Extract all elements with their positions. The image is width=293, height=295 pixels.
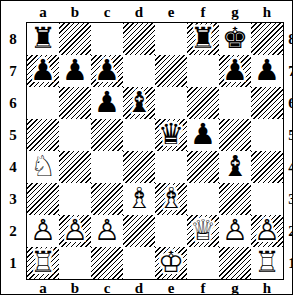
white-pawn-halo: ♟ — [59, 215, 91, 247]
square-h3[interactable] — [251, 183, 283, 215]
file-label-top-e: e — [155, 2, 187, 22]
chess-diagram: ♜♜♜♜♚♚♟♟♟♟♟♟♟♟♟♟♟♟♝♝♛♛♟♟♞♘♝♝♝♗♝♗♟♙♟♙♟♙♛♕… — [0, 0, 293, 295]
square-g7[interactable]: ♟♟ — [219, 55, 251, 87]
square-c7[interactable]: ♟♟ — [91, 55, 123, 87]
square-e8[interactable] — [155, 23, 187, 55]
square-g1[interactable] — [219, 247, 251, 279]
square-a7[interactable]: ♟♟ — [27, 55, 59, 87]
square-g2[interactable]: ♟♙ — [219, 215, 251, 247]
square-c1[interactable] — [91, 247, 123, 279]
square-c8[interactable] — [91, 23, 123, 55]
square-g5[interactable] — [219, 119, 251, 151]
black-pawn-b7: ♟ — [59, 55, 91, 87]
square-e1[interactable]: ♚♔ — [155, 247, 187, 279]
square-c4[interactable] — [91, 151, 123, 183]
square-f4[interactable] — [187, 151, 219, 183]
file-label-bottom-d: d — [123, 278, 155, 295]
black-rook-halo: ♜ — [187, 23, 219, 55]
white-rook-a1: ♖ — [27, 247, 59, 279]
square-a3[interactable] — [27, 183, 59, 215]
square-d8[interactable] — [123, 23, 155, 55]
square-h1[interactable]: ♜♖ — [251, 247, 283, 279]
black-king-halo: ♚ — [219, 23, 251, 55]
black-pawn-a7: ♟ — [27, 55, 59, 87]
black-rook-halo: ♜ — [27, 23, 59, 55]
black-rook-f8: ♜ — [187, 23, 219, 55]
file-label-bottom-b: b — [59, 278, 91, 295]
square-g4[interactable]: ♝♝ — [219, 151, 251, 183]
white-king-halo: ♚ — [155, 247, 187, 279]
white-pawn-halo: ♟ — [219, 215, 251, 247]
square-f1[interactable] — [187, 247, 219, 279]
square-e2[interactable] — [155, 215, 187, 247]
white-queen-halo: ♛ — [187, 215, 219, 247]
black-pawn-halo: ♟ — [219, 55, 251, 87]
black-pawn-halo: ♟ — [187, 119, 219, 151]
square-b1[interactable] — [59, 247, 91, 279]
file-label-top-a: a — [27, 2, 59, 22]
white-pawn-halo: ♟ — [91, 215, 123, 247]
black-pawn-h7: ♟ — [251, 55, 283, 87]
file-label-top-h: h — [251, 2, 283, 22]
square-g3[interactable] — [219, 183, 251, 215]
rank-label-right-4: 4 — [282, 151, 293, 183]
square-d4[interactable] — [123, 151, 155, 183]
file-label-bottom-h: h — [251, 278, 283, 295]
black-bishop-d6: ♝ — [123, 87, 155, 119]
black-bishop-halo: ♝ — [123, 87, 155, 119]
square-a1[interactable]: ♜♖ — [27, 247, 59, 279]
black-queen-e5: ♛ — [155, 119, 187, 151]
square-b3[interactable] — [59, 183, 91, 215]
square-g6[interactable] — [219, 87, 251, 119]
square-e7[interactable] — [155, 55, 187, 87]
chess-board: ♜♜♜♜♚♚♟♟♟♟♟♟♟♟♟♟♟♟♝♝♛♛♟♟♞♘♝♝♝♗♝♗♟♙♟♙♟♙♛♕… — [26, 22, 284, 280]
white-bishop-e3: ♗ — [155, 183, 187, 215]
square-f8[interactable]: ♜♜ — [187, 23, 219, 55]
black-king-g8: ♚ — [219, 23, 251, 55]
white-knight-halo: ♞ — [27, 151, 59, 183]
black-bishop-halo: ♝ — [219, 151, 251, 183]
file-label-bottom-g: g — [219, 278, 251, 295]
black-pawn-halo: ♟ — [91, 55, 123, 87]
black-pawn-c6: ♟ — [91, 87, 123, 119]
rank-label-left-4: 4 — [3, 151, 23, 183]
square-h5[interactable] — [251, 119, 283, 151]
square-a6[interactable] — [27, 87, 59, 119]
rank-label-left-3: 3 — [3, 183, 23, 215]
file-label-top-g: g — [219, 2, 251, 22]
white-knight-a4: ♘ — [27, 151, 59, 183]
white-pawn-c2: ♙ — [91, 215, 123, 247]
black-pawn-halo: ♟ — [91, 87, 123, 119]
black-pawn-g7: ♟ — [219, 55, 251, 87]
white-pawn-halo: ♟ — [27, 215, 59, 247]
square-b4[interactable] — [59, 151, 91, 183]
white-pawn-b2: ♙ — [59, 215, 91, 247]
square-a5[interactable] — [27, 119, 59, 151]
white-pawn-g2: ♙ — [219, 215, 251, 247]
square-f5[interactable]: ♟♟ — [187, 119, 219, 151]
file-label-top-c: c — [91, 2, 123, 22]
black-rook-a8: ♜ — [27, 23, 59, 55]
square-e3[interactable]: ♝♗ — [155, 183, 187, 215]
square-d1[interactable] — [123, 247, 155, 279]
file-label-bottom-e: e — [155, 278, 187, 295]
white-bishop-d3: ♗ — [123, 183, 155, 215]
file-label-top-d: d — [123, 2, 155, 22]
white-pawn-a2: ♙ — [27, 215, 59, 247]
rank-label-right-5: 5 — [282, 119, 293, 151]
black-pawn-c7: ♟ — [91, 55, 123, 87]
square-b6[interactable] — [59, 87, 91, 119]
square-c6[interactable]: ♟♟ — [91, 87, 123, 119]
white-rook-h1: ♖ — [251, 247, 283, 279]
white-king-e1: ♔ — [155, 247, 187, 279]
square-h8[interactable] — [251, 23, 283, 55]
rank-label-right-2: 2 — [282, 215, 293, 247]
rank-label-left-7: 7 — [3, 55, 23, 87]
white-bishop-halo: ♝ — [155, 183, 187, 215]
black-bishop-g4: ♝ — [219, 151, 251, 183]
square-h6[interactable] — [251, 87, 283, 119]
white-bishop-halo: ♝ — [123, 183, 155, 215]
rank-label-right-1: 1 — [282, 247, 293, 279]
square-a8[interactable]: ♜♜ — [27, 23, 59, 55]
rank-label-right-7: 7 — [282, 55, 293, 87]
square-c5[interactable] — [91, 119, 123, 151]
square-f7[interactable] — [187, 55, 219, 87]
square-d3[interactable]: ♝♗ — [123, 183, 155, 215]
rank-label-left-2: 2 — [3, 215, 23, 247]
square-d2[interactable] — [123, 215, 155, 247]
square-h2[interactable]: ♟♙ — [251, 215, 283, 247]
rank-label-right-6: 6 — [282, 87, 293, 119]
file-label-top-f: f — [187, 2, 219, 22]
square-f3[interactable] — [187, 183, 219, 215]
square-a4[interactable]: ♞♘ — [27, 151, 59, 183]
square-f6[interactable] — [187, 87, 219, 119]
white-rook-halo: ♜ — [27, 247, 59, 279]
square-c3[interactable] — [91, 183, 123, 215]
square-a2[interactable]: ♟♙ — [27, 215, 59, 247]
square-b7[interactable]: ♟♟ — [59, 55, 91, 87]
black-queen-halo: ♛ — [155, 119, 187, 151]
square-d6[interactable]: ♝♝ — [123, 87, 155, 119]
file-label-bottom-c: c — [91, 278, 123, 295]
white-queen-f2: ♕ — [187, 215, 219, 247]
rank-label-left-8: 8 — [3, 23, 23, 55]
file-label-top-b: b — [59, 2, 91, 22]
rank-label-right-8: 8 — [282, 23, 293, 55]
square-g8[interactable]: ♚♚ — [219, 23, 251, 55]
square-c2[interactable]: ♟♙ — [91, 215, 123, 247]
file-label-bottom-a: a — [27, 278, 59, 295]
rank-label-left-6: 6 — [3, 87, 23, 119]
square-e6[interactable] — [155, 87, 187, 119]
square-h4[interactable] — [251, 151, 283, 183]
square-b5[interactable] — [59, 119, 91, 151]
black-pawn-halo: ♟ — [27, 55, 59, 87]
file-label-bottom-f: f — [187, 278, 219, 295]
white-pawn-halo: ♟ — [251, 215, 283, 247]
square-e4[interactable] — [155, 151, 187, 183]
square-f2[interactable]: ♛♕ — [187, 215, 219, 247]
rank-label-left-1: 1 — [3, 247, 23, 279]
black-pawn-halo: ♟ — [59, 55, 91, 87]
white-rook-halo: ♜ — [251, 247, 283, 279]
square-d7[interactable] — [123, 55, 155, 87]
square-h7[interactable]: ♟♟ — [251, 55, 283, 87]
rank-label-right-3: 3 — [282, 183, 293, 215]
white-pawn-h2: ♙ — [251, 215, 283, 247]
square-d5[interactable] — [123, 119, 155, 151]
rank-label-left-5: 5 — [3, 119, 23, 151]
square-e5[interactable]: ♛♛ — [155, 119, 187, 151]
square-b2[interactable]: ♟♙ — [59, 215, 91, 247]
black-pawn-f5: ♟ — [187, 119, 219, 151]
square-b8[interactable] — [59, 23, 91, 55]
black-pawn-halo: ♟ — [251, 55, 283, 87]
